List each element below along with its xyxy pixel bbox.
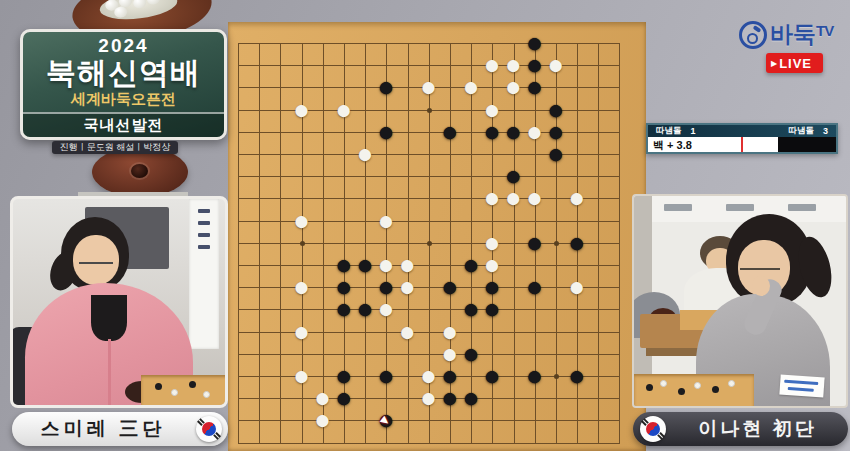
star-point <box>554 108 559 113</box>
player-white-glasses <box>79 255 113 264</box>
bowl-lid-knob <box>131 164 148 178</box>
captures-left-label: 따냄돌 <box>656 125 682 137</box>
ceiling <box>634 196 848 222</box>
player-white-photo <box>10 196 228 408</box>
grid-line-h <box>238 265 620 266</box>
grid-line-v <box>450 43 451 444</box>
player-white-name: 스미레 三단 <box>41 416 165 442</box>
go-board: ●●●●●●●●●●●●●●●●●●●●●●●●●●●●●●●●●●●●●●●●… <box>228 22 646 451</box>
grid-line-h <box>238 309 620 310</box>
photo-go-board-right <box>634 374 754 408</box>
tournament-subtitle: 세계바둑오픈전 <box>71 90 176 109</box>
player-black-namebar: 이나현 初단 <box>633 412 848 446</box>
live-label: LIVE <box>779 56 812 71</box>
star-point <box>300 241 305 246</box>
captures-right-count: 3 <box>823 126 828 136</box>
star-point <box>300 374 305 379</box>
grid-line-v <box>471 43 472 444</box>
grid-line-v <box>492 43 493 444</box>
grid-line-h <box>238 287 620 288</box>
player-white-shirt <box>91 295 127 341</box>
tournament-year: 2024 <box>98 35 148 57</box>
star-point <box>427 241 432 246</box>
winrate-black-segment <box>778 137 836 152</box>
grid-line-h <box>238 332 620 333</box>
tournament-round: 국내선발전 <box>23 112 224 137</box>
wall-banner <box>189 199 219 349</box>
last-move-cursor: ▶ <box>376 411 396 431</box>
grid-line-v <box>535 43 536 444</box>
play-triangle-icon: ▶ <box>771 59 777 68</box>
baduktv-logo-icon <box>739 21 767 49</box>
live-badge: ▶ LIVE <box>766 53 823 73</box>
grid-line-h <box>238 420 620 421</box>
channel-name: 바둑TV <box>770 19 833 50</box>
captures-right-label: 따냄돌 <box>788 125 814 137</box>
name-card <box>779 374 824 397</box>
tournament-title: 북해신역배 <box>46 57 201 89</box>
jacket-zipper <box>108 339 111 405</box>
captures-left-count: 1 <box>691 126 696 136</box>
grid-line-v <box>598 43 599 444</box>
winrate-center-line <box>741 137 743 152</box>
korea-flag-icon <box>640 416 666 442</box>
grid-line-h <box>238 398 620 399</box>
player-black-photo <box>632 194 848 408</box>
baduktv-logo: 바둑TV <box>739 19 833 50</box>
evaluation-text: 백 + 3.8 <box>653 138 692 153</box>
grid-line-h <box>238 443 620 444</box>
white-stones-in-bowl <box>98 0 179 23</box>
broadcast-frame: ●●●●●●●●●●●●●●●●●●●●●●●●●●●●●●●●●●●●●●●●… <box>0 0 850 451</box>
grid-line-v <box>577 43 578 444</box>
player-black-name: 이나현 初단 <box>698 416 816 442</box>
photo-go-board <box>141 375 228 408</box>
star-point <box>427 108 432 113</box>
player-white-namebar: 스미레 三단 <box>12 412 228 446</box>
player-black-hand <box>752 276 770 296</box>
evaluation-panel: 따냄돌1 따냄돌3 백 + 3.8 <box>646 123 838 154</box>
star-point <box>300 108 305 113</box>
star-point <box>427 374 432 379</box>
grid-line-v <box>619 43 620 444</box>
board-grid: ●●●●●●●●●●●●●●●●●●●●●●●●●●●●●●●●●●●●●●●●… <box>238 43 621 444</box>
grid-line-h <box>238 354 620 355</box>
staff-badge: 진행ㅣ문도원 해설ㅣ박정상 <box>52 141 178 154</box>
go-bowl-lid <box>92 147 188 197</box>
player-black-glasses <box>740 260 780 270</box>
captures-row: 따냄돌1 따냄돌3 <box>648 125 836 137</box>
winrate-bar: 백 + 3.8 <box>648 137 836 152</box>
grid-line-v <box>514 43 515 444</box>
star-point <box>554 241 559 246</box>
korea-flag-icon <box>196 416 222 442</box>
star-point <box>554 374 559 379</box>
tournament-panel: 2024 북해신역배 세계바둑오픈전 국내선발전 <box>20 29 227 140</box>
